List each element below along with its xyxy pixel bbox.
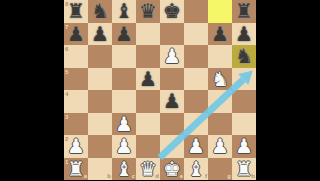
square-a7[interactable]: 7♟ [64,23,88,46]
white-pawn-e6: ♟ [160,45,184,68]
square-h4[interactable] [232,90,256,113]
white-bishop-f1: ♝ [184,158,208,181]
black-pawn-a7: ♟ [64,23,88,46]
black-knight-h6: ♞ [232,45,256,68]
square-f3[interactable] [184,113,208,136]
square-a2[interactable]: 2♟ [64,135,88,158]
black-pawn-e4: ♟ [160,90,184,113]
square-h3[interactable] [232,113,256,136]
rank-label-5: 5 [65,69,68,75]
square-f4[interactable] [184,90,208,113]
square-e8[interactable]: ♚ [160,0,184,23]
black-pawn-b7: ♟ [88,23,112,46]
square-f1[interactable]: f♝ [184,158,208,181]
square-c2[interactable]: ♟ [112,135,136,158]
file-label-c: c [132,173,135,179]
black-bishop-c8: ♝ [112,0,136,23]
square-e5[interactable] [160,68,184,91]
square-d8[interactable]: ♛ [136,0,160,23]
square-e1[interactable]: e♚ [160,158,184,181]
square-f8[interactable] [184,0,208,23]
square-g1[interactable]: g [208,158,232,181]
black-pawn-c7: ♟ [112,23,136,46]
square-g8[interactable] [208,0,232,23]
square-c6[interactable] [112,45,136,68]
file-label-e: e [180,173,183,179]
chess-board[interactable]: 8♜♞♝♛♚♜7♟♟♟♟♟6♟♞5♟♞4♟3♟2♟♟♟♟♟1a♜bc♝d♛e♚f… [64,0,256,180]
square-a4[interactable]: 4 [64,90,88,113]
square-f2[interactable]: ♟ [184,135,208,158]
square-e7[interactable] [160,23,184,46]
rank-label-6: 6 [65,46,68,52]
black-queen-d8: ♛ [136,0,160,23]
file-label-a: a [84,173,87,179]
square-d7[interactable] [136,23,160,46]
square-b1[interactable]: b [88,158,112,181]
letterbox-stage: 8♜♞♝♛♚♜7♟♟♟♟♟6♟♞5♟♞4♟3♟2♟♟♟♟♟1a♜bc♝d♛e♚f… [0,0,320,180]
file-label-d: d [155,173,159,179]
square-g4[interactable] [208,90,232,113]
square-a6[interactable]: 6 [64,45,88,68]
square-d6[interactable] [136,45,160,68]
square-h7[interactable]: ♟ [232,23,256,46]
rank-label-3: 3 [65,114,68,120]
black-pawn-g7: ♟ [208,23,232,46]
white-bishop-c1: ♝ [112,158,136,181]
square-h1[interactable]: h♜ [232,158,256,181]
file-label-g: g [227,173,231,179]
rank-label-2: 2 [65,136,68,142]
square-b6[interactable] [88,45,112,68]
square-f6[interactable] [184,45,208,68]
square-e3[interactable] [160,113,184,136]
square-g2[interactable]: ♟ [208,135,232,158]
white-pawn-c3: ♟ [112,113,136,136]
square-c7[interactable]: ♟ [112,23,136,46]
white-king-e1: ♚ [160,158,184,181]
white-pawn-g2: ♟ [208,135,232,158]
square-d3[interactable] [136,113,160,136]
square-d2[interactable] [136,135,160,158]
square-g7[interactable]: ♟ [208,23,232,46]
square-e4[interactable]: ♟ [160,90,184,113]
square-g5[interactable]: ♞ [208,68,232,91]
white-pawn-f2: ♟ [184,135,208,158]
square-e2[interactable] [160,135,184,158]
black-rook-h8: ♜ [232,0,256,23]
rank-label-8: 8 [65,1,68,7]
white-knight-g5: ♞ [208,68,232,91]
square-a5[interactable]: 5 [64,68,88,91]
square-c4[interactable] [112,90,136,113]
square-c8[interactable]: ♝ [112,0,136,23]
file-label-h: h [251,173,255,179]
square-d4[interactable] [136,90,160,113]
square-b4[interactable] [88,90,112,113]
square-g6[interactable] [208,45,232,68]
square-h6[interactable]: ♞ [232,45,256,68]
white-queen-d1: ♛ [136,158,160,181]
square-c5[interactable] [112,68,136,91]
square-a1[interactable]: 1a♜ [64,158,88,181]
square-a3[interactable]: 3 [64,113,88,136]
rank-label-7: 7 [65,24,68,30]
square-d5[interactable]: ♟ [136,68,160,91]
square-h2[interactable]: ♟ [232,135,256,158]
file-label-f: f [205,173,207,179]
black-rook-a8: ♜ [64,0,88,23]
square-h8[interactable]: ♜ [232,0,256,23]
square-f7[interactable] [184,23,208,46]
white-pawn-c2: ♟ [112,135,136,158]
black-pawn-d5: ♟ [136,68,160,91]
square-b5[interactable] [88,68,112,91]
rank-label-4: 4 [65,91,68,97]
square-c3[interactable]: ♟ [112,113,136,136]
white-pawn-a2: ♟ [64,135,88,158]
square-f5[interactable] [184,68,208,91]
square-b2[interactable] [88,135,112,158]
square-h5[interactable] [232,68,256,91]
square-c1[interactable]: c♝ [112,158,136,181]
rank-label-1: 1 [65,159,68,165]
white-rook-h1: ♜ [232,158,256,181]
square-a8[interactable]: 8♜ [64,0,88,23]
square-b8[interactable]: ♞ [88,0,112,23]
white-pawn-h2: ♟ [232,135,256,158]
square-b7[interactable]: ♟ [88,23,112,46]
white-rook-a1: ♜ [64,158,88,181]
black-knight-b8: ♞ [88,0,112,23]
black-king-e8: ♚ [160,0,184,23]
file-label-b: b [107,173,111,179]
square-b3[interactable] [88,113,112,136]
black-pawn-h7: ♟ [232,23,256,46]
square-d1[interactable]: d♛ [136,158,160,181]
square-g3[interactable] [208,113,232,136]
square-e6[interactable]: ♟ [160,45,184,68]
